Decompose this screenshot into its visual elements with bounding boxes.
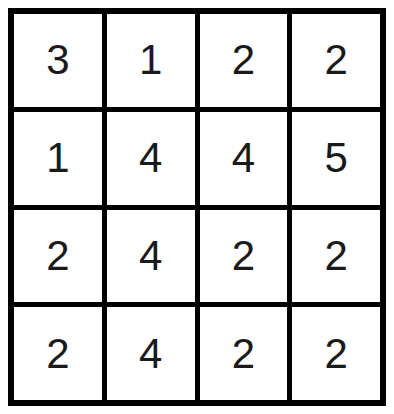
cell-r1c4[interactable]: 2 [292,14,380,107]
cell-r1c2[interactable]: 1 [107,14,195,107]
cell-r3c2[interactable]: 4 [107,210,195,303]
cell-r4c1[interactable]: 2 [14,307,102,400]
cell-r2c2[interactable]: 4 [107,112,195,205]
cell-r2c3[interactable]: 4 [200,112,288,205]
cell-r1c1[interactable]: 3 [14,14,102,107]
puzzle-grid: 3122144524222422 [8,8,386,406]
cell-r4c3[interactable]: 2 [200,307,288,400]
cell-r2c1[interactable]: 1 [14,112,102,205]
cell-r3c1[interactable]: 2 [14,210,102,303]
cell-r1c3[interactable]: 2 [200,14,288,107]
cell-r2c4[interactable]: 5 [292,112,380,205]
cell-r4c4[interactable]: 2 [292,307,380,400]
cell-r4c2[interactable]: 4 [107,307,195,400]
cell-r3c4[interactable]: 2 [292,210,380,303]
cell-r3c3[interactable]: 2 [200,210,288,303]
